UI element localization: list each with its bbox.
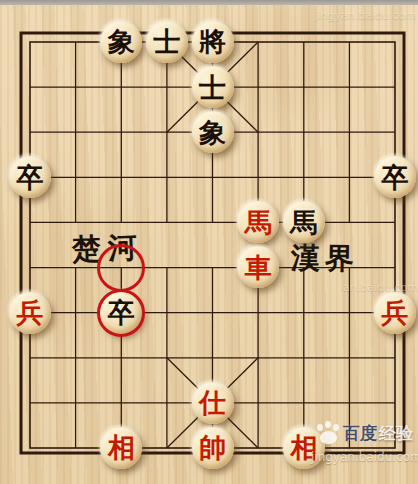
red-soldier[interactable]: 兵 [7,290,53,335]
window-edge-strip [0,0,418,5]
piece-glyph: 仕 [192,382,234,424]
piece-glyph: 相 [100,427,142,469]
piece-glyph: 兵 [374,292,416,334]
piece-glyph: 象 [100,21,142,63]
piece-glyph: 士 [146,21,188,63]
piece-glyph: 馬 [283,201,325,243]
black-advisor[interactable]: 士 [190,65,236,110]
baidu-jingyan-watermark: 百度 经验 [316,421,413,445]
watermark-brand-baidu: 百度 [343,422,377,445]
piece-glyph: 帥 [192,427,234,469]
watermark-url-mid: an.baidu.com [343,281,418,294]
watermark-url-top: jingyan.baidu.com [314,9,416,22]
watermark-url: jingyan.baidu.com [311,450,418,464]
red-horse[interactable]: 馬 [235,200,281,245]
black-elephant[interactable]: 象 [190,110,236,155]
red-elephant[interactable]: 相 [98,425,144,470]
red-soldier[interactable]: 兵 [372,290,418,335]
piece-glyph: 馬 [237,201,279,243]
piece-glyph: 象 [192,111,234,153]
red-general[interactable]: 帥 [190,425,236,470]
black-horse[interactable]: 馬 [281,200,327,245]
xiangqi-board[interactable]: 象士將士象卒卒馬馬車兵卒兵仕相帥相 [7,19,418,470]
xiangqi-screenshot-root: 楚河 漢界 象士將士象卒卒馬馬車兵卒兵仕相帥相 百度 经验 jingyan.ba… [0,0,418,484]
black-soldier[interactable]: 卒 [7,155,53,200]
black-soldier[interactable]: 卒 [372,155,418,200]
black-advisor[interactable]: 士 [144,19,190,64]
piece-glyph: 士 [192,66,234,108]
black-elephant[interactable]: 象 [98,19,144,64]
watermark-brand-jingyan: 经验 [379,422,413,445]
red-advisor[interactable]: 仕 [190,380,236,425]
piece-glyph: 車 [237,246,279,288]
move-highlight-ring [97,244,145,292]
piece-glyph: 將 [192,21,234,63]
piece-glyph: 卒 [374,156,416,198]
piece-glyph: 兵 [9,292,51,334]
move-highlight-ring [97,289,145,337]
baidu-paw-icon [316,421,341,445]
red-chariot[interactable]: 車 [235,245,281,290]
piece-glyph: 卒 [9,156,51,198]
black-general[interactable]: 將 [190,19,236,64]
